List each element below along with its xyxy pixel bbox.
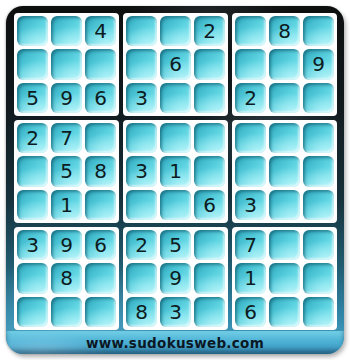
cell-r1c4[interactable] — [126, 16, 157, 46]
cell-r8c4[interactable] — [126, 263, 157, 293]
block-3-3: 716 — [232, 227, 337, 330]
cell-r7c5[interactable]: 5 — [160, 230, 191, 260]
cell-r3c8[interactable] — [269, 83, 300, 113]
cell-r3c1[interactable]: 5 — [17, 83, 48, 113]
cell-r7c2[interactable]: 9 — [51, 230, 82, 260]
cell-r4c6[interactable] — [194, 123, 225, 153]
cell-r9c5[interactable]: 3 — [160, 297, 191, 327]
cell-r2c6[interactable] — [194, 49, 225, 79]
cell-r1c7[interactable] — [235, 16, 266, 46]
cell-r9c3[interactable] — [85, 297, 116, 327]
cell-r4c1[interactable]: 2 — [17, 123, 48, 153]
cell-r2c7[interactable] — [235, 49, 266, 79]
block-3-1: 3968 — [14, 227, 119, 330]
cell-r3c3[interactable]: 6 — [85, 83, 116, 113]
cell-r4c4[interactable] — [126, 123, 157, 153]
cell-r5c3[interactable]: 8 — [85, 156, 116, 186]
cell-r2c8[interactable] — [269, 49, 300, 79]
cell-r6c6[interactable]: 6 — [194, 190, 225, 220]
block-1-2: 263 — [123, 13, 228, 116]
cell-r4c7[interactable] — [235, 123, 266, 153]
cell-r2c3[interactable] — [85, 49, 116, 79]
cell-r1c8[interactable]: 8 — [269, 16, 300, 46]
cell-r2c2[interactable] — [51, 49, 82, 79]
cell-r6c4[interactable] — [126, 190, 157, 220]
cell-r6c8[interactable] — [269, 190, 300, 220]
block-1-1: 4596 — [14, 13, 119, 116]
cell-r7c3[interactable]: 6 — [85, 230, 116, 260]
cell-r8c1[interactable] — [17, 263, 48, 293]
cell-r2c1[interactable] — [17, 49, 48, 79]
site-footer: www.sudokusweb.com — [6, 331, 344, 354]
cell-r3c6[interactable] — [194, 83, 225, 113]
cell-r6c9[interactable] — [303, 190, 334, 220]
cell-r1c2[interactable] — [51, 16, 82, 46]
cell-r8c9[interactable] — [303, 263, 334, 293]
cell-r8c6[interactable] — [194, 263, 225, 293]
block-2-3: 3 — [232, 120, 337, 223]
block-1-3: 892 — [232, 13, 337, 116]
cell-r4c8[interactable] — [269, 123, 300, 153]
cell-r9c6[interactable] — [194, 297, 225, 327]
cell-r7c7[interactable]: 7 — [235, 230, 266, 260]
site-url: www.sudokusweb.com — [86, 335, 264, 351]
block-2-2: 316 — [123, 120, 228, 223]
block-3-2: 25983 — [123, 227, 228, 330]
cell-r1c1[interactable] — [17, 16, 48, 46]
cell-r8c8[interactable] — [269, 263, 300, 293]
cell-r7c8[interactable] — [269, 230, 300, 260]
sudoku-page: 4596263892275813163396825983716 www.sudo… — [0, 0, 350, 360]
cell-r6c1[interactable] — [17, 190, 48, 220]
cell-r9c7[interactable]: 6 — [235, 297, 266, 327]
cell-r4c3[interactable] — [85, 123, 116, 153]
cell-r9c2[interactable] — [51, 297, 82, 327]
cell-r3c7[interactable]: 2 — [235, 83, 266, 113]
cell-r9c4[interactable]: 8 — [126, 297, 157, 327]
board-frame: 4596263892275813163396825983716 www.sudo… — [6, 6, 344, 354]
cell-r8c5[interactable]: 9 — [160, 263, 191, 293]
cell-r1c6[interactable]: 2 — [194, 16, 225, 46]
cell-r2c5[interactable]: 6 — [160, 49, 191, 79]
cell-r9c1[interactable] — [17, 297, 48, 327]
cell-r5c1[interactable] — [17, 156, 48, 186]
cell-r9c8[interactable] — [269, 297, 300, 327]
cell-r8c7[interactable]: 1 — [235, 263, 266, 293]
cell-r7c1[interactable]: 3 — [17, 230, 48, 260]
cell-r5c8[interactable] — [269, 156, 300, 186]
block-2-1: 27581 — [14, 120, 119, 223]
cell-r5c9[interactable] — [303, 156, 334, 186]
cell-r3c5[interactable] — [160, 83, 191, 113]
cell-r7c4[interactable]: 2 — [126, 230, 157, 260]
cell-r4c9[interactable] — [303, 123, 334, 153]
cell-r2c4[interactable] — [126, 49, 157, 79]
cell-r7c9[interactable] — [303, 230, 334, 260]
cell-r5c5[interactable]: 1 — [160, 156, 191, 186]
cell-r1c5[interactable] — [160, 16, 191, 46]
sudoku-board: 4596263892275813163396825983716 — [14, 13, 337, 330]
cell-r8c2[interactable]: 8 — [51, 263, 82, 293]
cell-r7c6[interactable] — [194, 230, 225, 260]
cell-r5c2[interactable]: 5 — [51, 156, 82, 186]
cell-r8c3[interactable] — [85, 263, 116, 293]
cell-r6c7[interactable]: 3 — [235, 190, 266, 220]
cell-r3c4[interactable]: 3 — [126, 83, 157, 113]
cell-r9c9[interactable] — [303, 297, 334, 327]
cell-r3c2[interactable]: 9 — [51, 83, 82, 113]
cell-r6c3[interactable] — [85, 190, 116, 220]
cell-r1c9[interactable] — [303, 16, 334, 46]
cell-r2c9[interactable]: 9 — [303, 49, 334, 79]
cell-r6c2[interactable]: 1 — [51, 190, 82, 220]
cell-r5c4[interactable]: 3 — [126, 156, 157, 186]
cell-r3c9[interactable] — [303, 83, 334, 113]
cell-r1c3[interactable]: 4 — [85, 16, 116, 46]
cell-r5c7[interactable] — [235, 156, 266, 186]
cell-r6c5[interactable] — [160, 190, 191, 220]
cell-r5c6[interactable] — [194, 156, 225, 186]
cell-r4c2[interactable]: 7 — [51, 123, 82, 153]
cell-r4c5[interactable] — [160, 123, 191, 153]
